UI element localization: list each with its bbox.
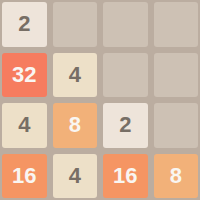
tile-4: 4 <box>2 103 47 148</box>
empty-cell <box>154 2 199 47</box>
tile-4: 4 <box>53 53 98 98</box>
tile-16: 16 <box>103 154 148 199</box>
board-2048[interactable]: 2324482164168 <box>0 0 200 200</box>
tile-4: 4 <box>53 154 98 199</box>
tile-8: 8 <box>53 103 98 148</box>
tile-2: 2 <box>2 2 47 47</box>
tile-32: 32 <box>2 53 47 98</box>
tile-2: 2 <box>103 103 148 148</box>
tile-16: 16 <box>2 154 47 199</box>
tile-8: 8 <box>154 154 199 199</box>
empty-cell <box>53 2 98 47</box>
empty-cell <box>103 2 148 47</box>
empty-cell <box>103 53 148 98</box>
empty-cell <box>154 103 199 148</box>
empty-cell <box>154 53 199 98</box>
